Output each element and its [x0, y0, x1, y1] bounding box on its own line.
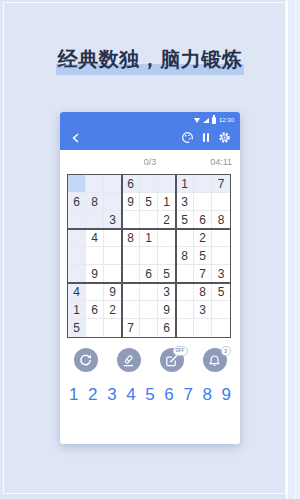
sudoku-cell-r1c7[interactable]: 1: [176, 175, 194, 193]
back-button[interactable]: [70, 132, 82, 144]
game-hud: 0/3 04:11: [60, 157, 240, 171]
numpad-1[interactable]: 1: [69, 385, 78, 405]
sudoku-cell-r9c1[interactable]: 5: [68, 319, 86, 337]
numpad-9[interactable]: 9: [222, 385, 231, 405]
sudoku-cell-r7c8[interactable]: 8: [194, 283, 212, 301]
sudoku-cell-r8c3[interactable]: 2: [104, 301, 122, 319]
sudoku-cell-r2c3[interactable]: [104, 193, 122, 211]
sudoku-cell-r7c5[interactable]: [140, 283, 158, 301]
eraser-button[interactable]: [117, 348, 141, 372]
sudoku-cell-r6c5[interactable]: 6: [140, 265, 158, 283]
sudoku-cell-r2c2[interactable]: 8: [86, 193, 104, 211]
sudoku-cell-r5c4[interactable]: [122, 247, 140, 265]
sudoku-cell-r9c4[interactable]: 7: [122, 319, 140, 337]
sudoku-cell-r2c5[interactable]: 5: [140, 193, 158, 211]
numpad-8[interactable]: 8: [202, 385, 211, 405]
settings-button[interactable]: [218, 131, 231, 144]
hint-bell-icon: [207, 353, 222, 368]
sudoku-cell-r4c1[interactable]: [68, 229, 86, 247]
sudoku-cell-r2c7[interactable]: 3: [176, 193, 194, 211]
sudoku-cell-r8c8[interactable]: 3: [194, 301, 212, 319]
sudoku-cell-r2c8[interactable]: [194, 193, 212, 211]
box-border-line: [175, 175, 177, 337]
adjacent-screenshot-edge: [286, 0, 300, 499]
sudoku-cell-r8c7[interactable]: [176, 301, 194, 319]
sudoku-cell-r6c6[interactable]: 5: [158, 265, 176, 283]
sudoku-cell-r6c7[interactable]: [176, 265, 194, 283]
sudoku-board: 61768951332568481285965734938516293576: [67, 174, 231, 338]
wifi-icon: [194, 118, 200, 123]
sudoku-cell-r3c2[interactable]: [86, 211, 104, 229]
sudoku-cell-r5c9[interactable]: [212, 247, 230, 265]
sudoku-cell-r7c9[interactable]: 5: [212, 283, 230, 301]
numpad-2[interactable]: 2: [88, 385, 97, 405]
notes-button[interactable]: OFF: [160, 348, 184, 372]
sudoku-cell-r4c9[interactable]: [212, 229, 230, 247]
sudoku-cell-r9c8[interactable]: [194, 319, 212, 337]
sudoku-cell-r7c6[interactable]: 3: [158, 283, 176, 301]
sudoku-cell-r6c4[interactable]: [122, 265, 140, 283]
theme-palette-button[interactable]: [181, 131, 194, 144]
sudoku-cell-r9c3[interactable]: [104, 319, 122, 337]
sudoku-cell-r5c7[interactable]: 8: [176, 247, 194, 265]
back-chevron-icon: [70, 132, 82, 144]
banner-title: 经典数独，脑力锻炼: [56, 48, 245, 75]
sudoku-cell-r2c9[interactable]: [212, 193, 230, 211]
sudoku-cell-r5c3[interactable]: [104, 247, 122, 265]
sudoku-cell-r9c6[interactable]: 6: [158, 319, 176, 337]
sudoku-cell-r4c5[interactable]: 1: [140, 229, 158, 247]
sudoku-cell-r3c6[interactable]: 2: [158, 211, 176, 229]
sudoku-cell-r8c6[interactable]: 9: [158, 301, 176, 319]
numpad-4[interactable]: 4: [126, 385, 135, 405]
sudoku-cell-r9c9[interactable]: [212, 319, 230, 337]
status-bar: 12:30: [60, 112, 240, 125]
sudoku-cell-r3c5[interactable]: [140, 211, 158, 229]
sudoku-cell-r5c6[interactable]: [158, 247, 176, 265]
box-border-line: [121, 175, 123, 337]
sudoku-cell-r1c9[interactable]: 7: [212, 175, 230, 193]
sudoku-cell-r4c3[interactable]: [104, 229, 122, 247]
game-timer: 04:11: [210, 157, 232, 167]
numpad-7[interactable]: 7: [183, 385, 192, 405]
numpad-6[interactable]: 6: [164, 385, 173, 405]
sudoku-cell-r3c7[interactable]: 5: [176, 211, 194, 229]
mistakes-counter: 0/3: [144, 157, 157, 167]
hint-count-badge: 3: [221, 346, 231, 356]
sudoku-cell-r6c2[interactable]: 9: [86, 265, 104, 283]
app-header: 12:30: [60, 112, 240, 150]
sudoku-cell-r8c5[interactable]: [140, 301, 158, 319]
sudoku-cell-r1c1[interactable]: [68, 175, 86, 193]
sudoku-cell-r6c1[interactable]: [68, 265, 86, 283]
numpad-5[interactable]: 5: [145, 385, 154, 405]
undo-button[interactable]: [74, 348, 98, 372]
sudoku-cell-r5c8[interactable]: 5: [194, 247, 212, 265]
sudoku-cell-r3c1[interactable]: [68, 211, 86, 229]
sudoku-cell-r6c8[interactable]: 7: [194, 265, 212, 283]
nav-bar: [60, 125, 240, 150]
settings-gear-icon: [218, 131, 231, 144]
sudoku-cell-r3c3[interactable]: 3: [104, 211, 122, 229]
sudoku-cell-r6c9[interactable]: 3: [212, 265, 230, 283]
box-border-line: [68, 228, 230, 230]
signal-icon: [203, 118, 209, 123]
sudoku-cell-r3c8[interactable]: 6: [194, 211, 212, 229]
sudoku-cell-r5c2[interactable]: [86, 247, 104, 265]
box-border-line: [68, 282, 230, 284]
sudoku-cell-r3c9[interactable]: 8: [212, 211, 230, 229]
sudoku-cell-r9c5[interactable]: [140, 319, 158, 337]
palette-icon: [181, 131, 194, 144]
numpad-3[interactable]: 3: [107, 385, 116, 405]
hint-button[interactable]: 3: [203, 348, 227, 372]
undo-icon: [78, 353, 93, 368]
sudoku-cell-r1c4[interactable]: 6: [122, 175, 140, 193]
sudoku-cell-r4c7[interactable]: [176, 229, 194, 247]
sudoku-cell-r5c1[interactable]: [68, 247, 86, 265]
sudoku-cell-r8c1[interactable]: 1: [68, 301, 86, 319]
sudoku-cell-r5c5[interactable]: [140, 247, 158, 265]
sudoku-cell-r4c4[interactable]: 8: [122, 229, 140, 247]
sudoku-cell-r7c1[interactable]: 4: [68, 283, 86, 301]
sudoku-cell-r2c1[interactable]: 6: [68, 193, 86, 211]
sudoku-cell-r7c2[interactable]: [86, 283, 104, 301]
sudoku-cell-r1c3[interactable]: [104, 175, 122, 193]
sudoku-cell-r1c2[interactable]: [86, 175, 104, 193]
sudoku-cell-r4c8[interactable]: 2: [194, 229, 212, 247]
sudoku-cell-r3c4[interactable]: [122, 211, 140, 229]
sudoku-cell-r2c6[interactable]: 1: [158, 193, 176, 211]
eraser-icon: [121, 353, 136, 368]
sudoku-cell-r9c7[interactable]: [176, 319, 194, 337]
sudoku-cell-r7c4[interactable]: [122, 283, 140, 301]
status-time: 12:30: [219, 117, 234, 123]
pause-button[interactable]: [203, 133, 210, 142]
sudoku-cell-r1c8[interactable]: [194, 175, 212, 193]
sudoku-cell-r7c7[interactable]: [176, 283, 194, 301]
sudoku-cell-r2c4[interactable]: 9: [122, 193, 140, 211]
phone-screenshot-card: 12:30: [60, 112, 240, 444]
number-pad: 123456789: [69, 385, 231, 405]
banner: 经典数独，脑力锻炼: [0, 46, 300, 73]
sudoku-cell-r1c6[interactable]: [158, 175, 176, 193]
sudoku-cell-r8c4[interactable]: [122, 301, 140, 319]
sudoku-cell-r9c2[interactable]: [86, 319, 104, 337]
sudoku-cell-r8c9[interactable]: [212, 301, 230, 319]
pause-icon: [203, 133, 205, 142]
notes-mode-badge: OFF: [173, 346, 188, 356]
sudoku-cell-r4c2[interactable]: 4: [86, 229, 104, 247]
sudoku-cell-r7c3[interactable]: 9: [104, 283, 122, 301]
sudoku-cell-r1c5[interactable]: [140, 175, 158, 193]
battery-icon: [212, 117, 216, 124]
sudoku-cell-r4c6[interactable]: [158, 229, 176, 247]
toolbar: OFF 3: [60, 348, 240, 372]
sudoku-cell-r6c3[interactable]: [104, 265, 122, 283]
sudoku-cell-r8c2[interactable]: 6: [86, 301, 104, 319]
